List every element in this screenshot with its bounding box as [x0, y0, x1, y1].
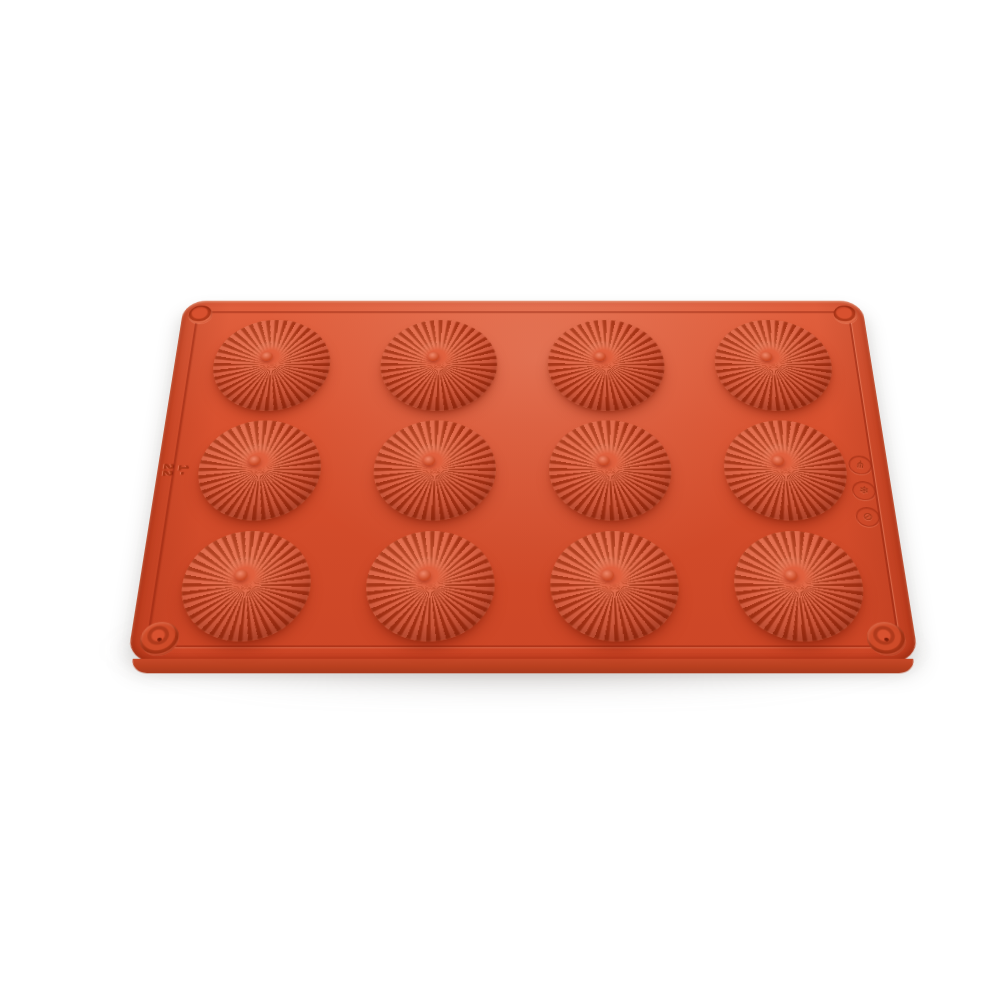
- cavity: [378, 320, 498, 411]
- photo-background: 1-22 ⋔ ❄ ⊘: [0, 0, 1000, 1000]
- cavity: [720, 420, 854, 520]
- mold-side-wall: [130, 659, 915, 674]
- silicone-mold-tray: 1-22 ⋔ ❄ ⊘: [127, 301, 919, 662]
- cavity: [174, 531, 315, 642]
- cavity: [363, 531, 496, 642]
- cavity: [730, 531, 871, 642]
- cavity: [371, 420, 497, 520]
- cavity: [548, 420, 674, 520]
- cavity: [711, 320, 838, 411]
- prohibition-icon: ⊘: [855, 505, 880, 528]
- cavity: [547, 320, 667, 411]
- cavity: [550, 531, 683, 642]
- frost-safe-icon: ❄: [852, 480, 877, 502]
- cavity: [191, 420, 325, 520]
- cavity: [207, 320, 334, 411]
- cavity-grid: [174, 320, 870, 642]
- corner-grommet-bottom-right: [865, 622, 909, 656]
- food-safe-icon: ⋔: [848, 454, 872, 476]
- mold-code-marking: 1-22: [159, 460, 192, 480]
